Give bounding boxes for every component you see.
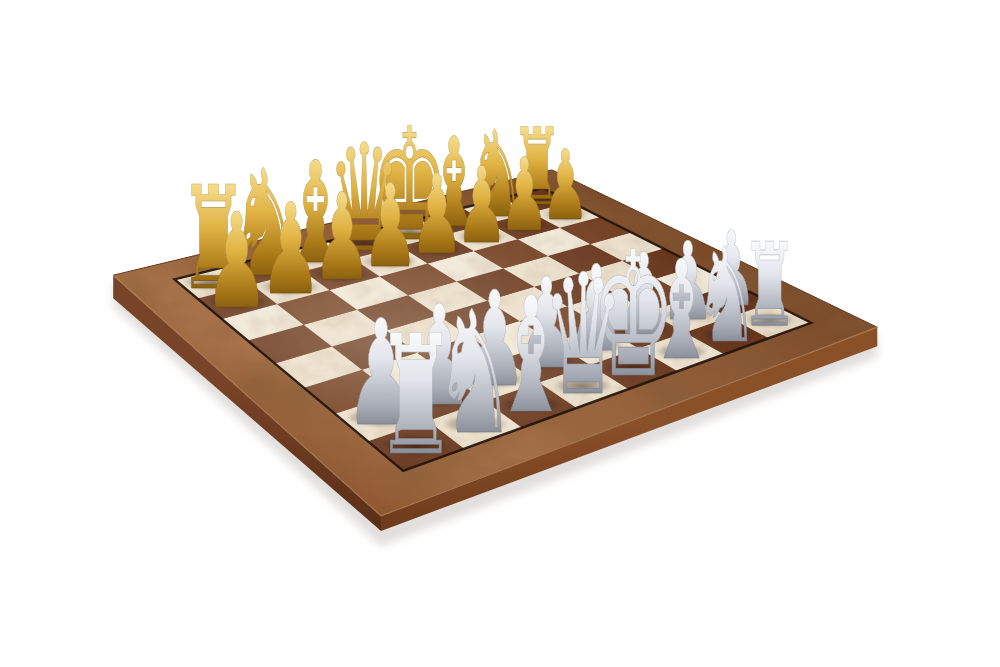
- chess-board: [0, 0, 1000, 667]
- chess-set-photo: ♜♜♞♞♝♝♛♛♚♚♝♝♞♞♜♜♟♟♟♟♟♟♟♟♟♟♟♟♟♟♟♟♟♟♟♟♟♟♟♟…: [0, 0, 1000, 667]
